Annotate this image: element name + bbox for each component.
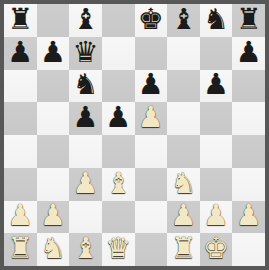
piece-black-knight[interactable]: ♞ — [203, 5, 229, 34]
square-c2[interactable] — [69, 201, 102, 234]
square-e5[interactable]: ♟ — [135, 102, 168, 135]
square-b8[interactable] — [37, 4, 70, 37]
square-b3[interactable] — [37, 168, 70, 201]
square-e1[interactable] — [135, 233, 168, 266]
square-g2[interactable]: ♟ — [200, 201, 233, 234]
square-a4[interactable] — [4, 135, 37, 168]
square-a2[interactable]: ♟ — [4, 201, 37, 234]
piece-black-rook[interactable]: ♜ — [7, 5, 33, 34]
piece-black-pawn[interactable]: ♟ — [236, 38, 262, 67]
square-g7[interactable] — [200, 37, 233, 70]
square-c1[interactable]: ♝ — [69, 233, 102, 266]
square-e8[interactable]: ♚ — [135, 4, 168, 37]
square-h8[interactable]: ♜ — [232, 4, 265, 37]
square-a7[interactable]: ♟ — [4, 37, 37, 70]
square-f3[interactable]: ♞ — [167, 168, 200, 201]
square-a6[interactable] — [4, 70, 37, 103]
square-b6[interactable] — [37, 70, 70, 103]
square-h4[interactable] — [232, 135, 265, 168]
square-b2[interactable]: ♟ — [37, 201, 70, 234]
square-e6[interactable]: ♟ — [135, 70, 168, 103]
square-a3[interactable] — [4, 168, 37, 201]
square-f8[interactable]: ♝ — [167, 4, 200, 37]
square-h1[interactable] — [232, 233, 265, 266]
piece-white-king[interactable]: ♚ — [203, 234, 229, 263]
square-d5[interactable]: ♟ — [102, 102, 135, 135]
square-h7[interactable]: ♟ — [232, 37, 265, 70]
square-f1[interactable]: ♜ — [167, 233, 200, 266]
square-d2[interactable] — [102, 201, 135, 234]
square-g5[interactable] — [200, 102, 233, 135]
square-h6[interactable] — [232, 70, 265, 103]
square-a8[interactable]: ♜ — [4, 4, 37, 37]
piece-white-rook[interactable]: ♜ — [7, 234, 33, 263]
square-g3[interactable] — [200, 168, 233, 201]
square-a1[interactable]: ♜ — [4, 233, 37, 266]
piece-white-knight[interactable]: ♞ — [40, 234, 66, 263]
chess-board: ♜♝♚♝♞♜♟♟♛♟♞♟♟♟♟♟♟♝♞♟♟♟♟♟♜♞♝♛♜♚ — [0, 0, 269, 270]
square-c8[interactable]: ♝ — [69, 4, 102, 37]
square-e4[interactable] — [135, 135, 168, 168]
square-f5[interactable] — [167, 102, 200, 135]
piece-black-pawn[interactable]: ♟ — [105, 103, 131, 132]
piece-black-pawn[interactable]: ♟ — [203, 70, 229, 99]
square-e3[interactable] — [135, 168, 168, 201]
square-f6[interactable] — [167, 70, 200, 103]
square-g8[interactable]: ♞ — [200, 4, 233, 37]
square-b1[interactable]: ♞ — [37, 233, 70, 266]
square-c7[interactable]: ♛ — [69, 37, 102, 70]
square-f7[interactable] — [167, 37, 200, 70]
square-e7[interactable] — [135, 37, 168, 70]
square-b5[interactable] — [37, 102, 70, 135]
piece-black-rook[interactable]: ♜ — [236, 5, 262, 34]
piece-black-bishop[interactable]: ♝ — [73, 5, 99, 34]
square-d4[interactable] — [102, 135, 135, 168]
square-c4[interactable] — [69, 135, 102, 168]
piece-black-queen[interactable]: ♛ — [73, 38, 99, 67]
piece-white-pawn[interactable]: ♟ — [73, 169, 99, 198]
piece-black-pawn[interactable]: ♟ — [40, 38, 66, 67]
piece-black-pawn[interactable]: ♟ — [138, 70, 164, 99]
piece-black-pawn[interactable]: ♟ — [73, 103, 99, 132]
piece-white-bishop[interactable]: ♝ — [105, 169, 131, 198]
square-g4[interactable] — [200, 135, 233, 168]
piece-black-bishop[interactable]: ♝ — [170, 5, 196, 34]
square-c6[interactable]: ♞ — [69, 70, 102, 103]
square-h5[interactable] — [232, 102, 265, 135]
piece-white-pawn[interactable]: ♟ — [203, 201, 229, 230]
square-f2[interactable]: ♟ — [167, 201, 200, 234]
piece-white-pawn[interactable]: ♟ — [7, 201, 33, 230]
square-a5[interactable] — [4, 102, 37, 135]
piece-black-knight[interactable]: ♞ — [73, 70, 99, 99]
square-c3[interactable]: ♟ — [69, 168, 102, 201]
square-f4[interactable] — [167, 135, 200, 168]
piece-black-pawn[interactable]: ♟ — [7, 38, 33, 67]
square-g6[interactable]: ♟ — [200, 70, 233, 103]
square-b7[interactable]: ♟ — [37, 37, 70, 70]
piece-black-king[interactable]: ♚ — [138, 5, 164, 34]
piece-white-pawn[interactable]: ♟ — [236, 201, 262, 230]
piece-white-bishop[interactable]: ♝ — [73, 234, 99, 263]
square-e2[interactable] — [135, 201, 168, 234]
square-d3[interactable]: ♝ — [102, 168, 135, 201]
piece-white-rook[interactable]: ♜ — [170, 234, 196, 263]
piece-white-queen[interactable]: ♛ — [105, 234, 131, 263]
square-d8[interactable] — [102, 4, 135, 37]
piece-white-pawn[interactable]: ♟ — [40, 201, 66, 230]
square-c5[interactable]: ♟ — [69, 102, 102, 135]
piece-white-pawn[interactable]: ♟ — [138, 103, 164, 132]
square-h2[interactable]: ♟ — [232, 201, 265, 234]
board-grid: ♜♝♚♝♞♜♟♟♛♟♞♟♟♟♟♟♟♝♞♟♟♟♟♟♜♞♝♛♜♚ — [4, 4, 265, 266]
square-b4[interactable] — [37, 135, 70, 168]
square-g1[interactable]: ♚ — [200, 233, 233, 266]
piece-white-pawn[interactable]: ♟ — [170, 201, 196, 230]
piece-white-knight[interactable]: ♞ — [170, 169, 196, 198]
square-h3[interactable] — [232, 168, 265, 201]
square-d7[interactable] — [102, 37, 135, 70]
square-d6[interactable] — [102, 70, 135, 103]
square-d1[interactable]: ♛ — [102, 233, 135, 266]
